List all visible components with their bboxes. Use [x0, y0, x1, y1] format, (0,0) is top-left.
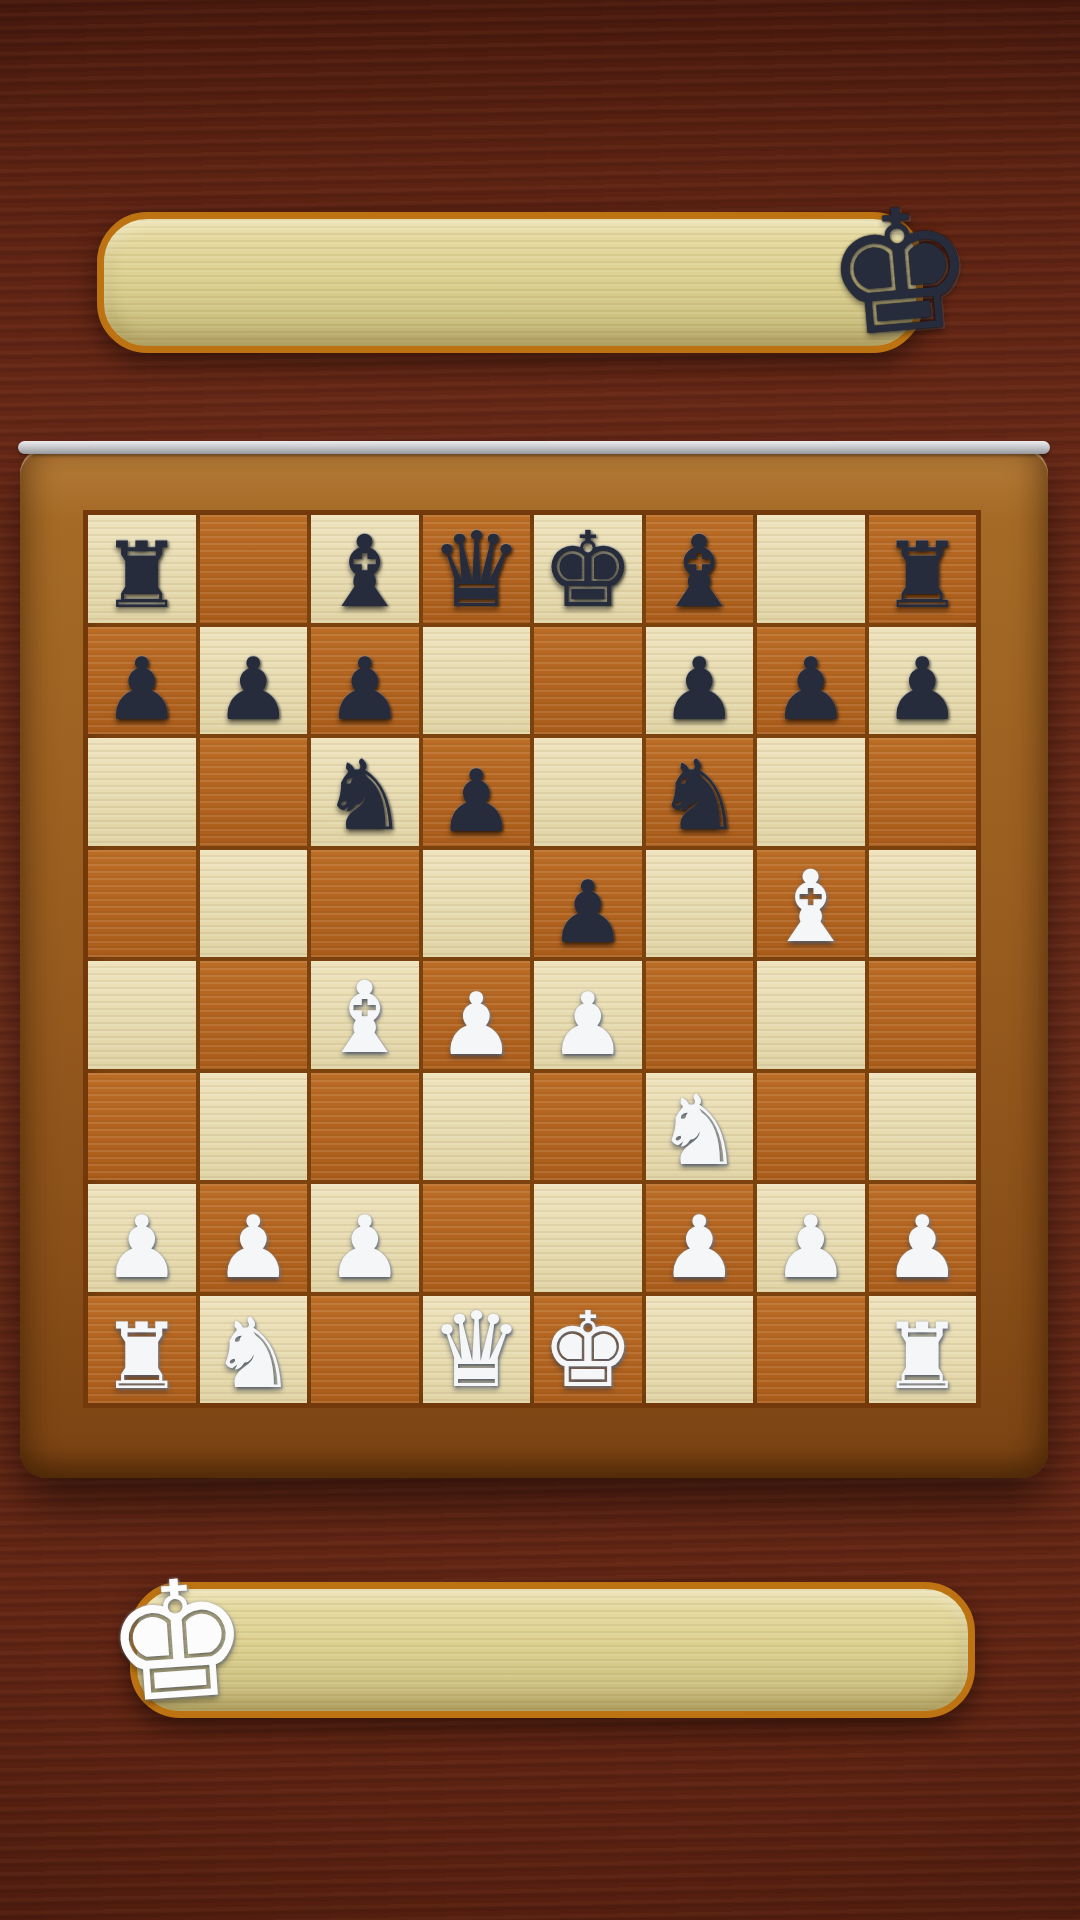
piece-white-pawn[interactable]: ♟: [772, 1207, 849, 1289]
piece-black-bishop[interactable]: ♝: [655, 525, 744, 619]
piece-black-knight[interactable]: ♞: [656, 750, 743, 842]
piece-black-rook[interactable]: ♜: [101, 533, 183, 619]
piece-white-knight[interactable]: ♞: [656, 1085, 743, 1177]
piece-white-rook[interactable]: ♜: [101, 1314, 183, 1400]
opponent-bar: ♚: [97, 212, 923, 353]
piece-black-bishop[interactable]: ♝: [320, 525, 409, 619]
square-a6[interactable]: [88, 738, 196, 846]
square-h7[interactable]: ♟: [869, 627, 977, 735]
piece-black-pawn[interactable]: ♟: [438, 761, 515, 843]
square-c3[interactable]: [311, 1073, 419, 1181]
square-d6[interactable]: ♟: [423, 738, 531, 846]
square-d5[interactable]: [423, 850, 531, 958]
piece-white-bishop[interactable]: ♝: [320, 971, 409, 1065]
square-a1[interactable]: ♜: [88, 1296, 196, 1404]
square-d3[interactable]: [423, 1073, 531, 1181]
square-e4[interactable]: ♟: [534, 961, 642, 1069]
square-h5[interactable]: [869, 850, 977, 958]
piece-white-queen[interactable]: ♛: [430, 1301, 523, 1400]
square-g1[interactable]: [757, 1296, 865, 1404]
square-f5[interactable]: [646, 850, 754, 958]
piece-black-pawn[interactable]: ♟: [661, 649, 738, 731]
square-h1[interactable]: ♜: [869, 1296, 977, 1404]
square-d2[interactable]: [423, 1184, 531, 1292]
square-g2[interactable]: ♟: [757, 1184, 865, 1292]
square-h2[interactable]: ♟: [869, 1184, 977, 1292]
square-f7[interactable]: ♟: [646, 627, 754, 735]
white-king-icon: ♚: [100, 1555, 256, 1727]
square-d1[interactable]: ♛: [423, 1296, 531, 1404]
square-b8[interactable]: [200, 515, 308, 623]
square-a4[interactable]: [88, 961, 196, 1069]
chess-board-frame: ♜♝♛♚♝♜♟♟♟♟♟♟♞♟♞♟♝♝♟♟♞♟♟♟♟♟♟♜♞♛♚♜: [20, 448, 1048, 1478]
piece-black-king[interactable]: ♚: [541, 521, 634, 620]
square-h8[interactable]: ♜: [869, 515, 977, 623]
chess-app-screen: ♚ ♜♝♛♚♝♜♟♟♟♟♟♟♞♟♞♟♝♝♟♟♞♟♟♟♟♟♟♜♞♛♚♜ ♚: [0, 0, 1080, 1920]
square-c2[interactable]: ♟: [311, 1184, 419, 1292]
piece-white-pawn[interactable]: ♟: [661, 1207, 738, 1289]
square-e6[interactable]: [534, 738, 642, 846]
piece-white-pawn[interactable]: ♟: [103, 1207, 180, 1289]
square-h4[interactable]: [869, 961, 977, 1069]
piece-black-pawn[interactable]: ♟: [884, 649, 961, 731]
square-f2[interactable]: ♟: [646, 1184, 754, 1292]
piece-white-king[interactable]: ♚: [541, 1301, 634, 1400]
square-e5[interactable]: ♟: [534, 850, 642, 958]
square-f4[interactable]: [646, 961, 754, 1069]
player-bar: ♚: [130, 1582, 975, 1718]
piece-black-pawn[interactable]: ♟: [326, 649, 403, 731]
square-e2[interactable]: [534, 1184, 642, 1292]
square-g7[interactable]: ♟: [757, 627, 865, 735]
square-a7[interactable]: ♟: [88, 627, 196, 735]
square-a2[interactable]: ♟: [88, 1184, 196, 1292]
square-f3[interactable]: ♞: [646, 1073, 754, 1181]
chess-board: ♜♝♛♚♝♜♟♟♟♟♟♟♞♟♞♟♝♝♟♟♞♟♟♟♟♟♟♜♞♛♚♜: [88, 515, 976, 1403]
piece-black-knight[interactable]: ♞: [321, 750, 408, 842]
piece-white-bishop[interactable]: ♝: [766, 860, 855, 954]
square-e8[interactable]: ♚: [534, 515, 642, 623]
square-a8[interactable]: ♜: [88, 515, 196, 623]
square-a3[interactable]: [88, 1073, 196, 1181]
black-king-icon: ♚: [818, 182, 983, 362]
square-g8[interactable]: [757, 515, 865, 623]
square-f8[interactable]: ♝: [646, 515, 754, 623]
square-e1[interactable]: ♚: [534, 1296, 642, 1404]
square-e3[interactable]: [534, 1073, 642, 1181]
square-h6[interactable]: [869, 738, 977, 846]
square-g6[interactable]: [757, 738, 865, 846]
square-d4[interactable]: ♟: [423, 961, 531, 1069]
square-b1[interactable]: ♞: [200, 1296, 308, 1404]
square-c4[interactable]: ♝: [311, 961, 419, 1069]
square-c5[interactable]: [311, 850, 419, 958]
square-b2[interactable]: ♟: [200, 1184, 308, 1292]
square-a5[interactable]: [88, 850, 196, 958]
square-g4[interactable]: [757, 961, 865, 1069]
piece-white-pawn[interactable]: ♟: [549, 984, 626, 1066]
piece-black-pawn[interactable]: ♟: [103, 649, 180, 731]
piece-white-pawn[interactable]: ♟: [438, 984, 515, 1066]
square-c6[interactable]: ♞: [311, 738, 419, 846]
square-g5[interactable]: ♝: [757, 850, 865, 958]
piece-black-queen[interactable]: ♛: [430, 521, 523, 620]
square-e7[interactable]: [534, 627, 642, 735]
piece-black-rook[interactable]: ♜: [881, 533, 963, 619]
piece-white-pawn[interactable]: ♟: [326, 1207, 403, 1289]
square-b5[interactable]: [200, 850, 308, 958]
piece-white-pawn[interactable]: ♟: [215, 1207, 292, 1289]
square-f6[interactable]: ♞: [646, 738, 754, 846]
square-c1[interactable]: [311, 1296, 419, 1404]
piece-white-knight[interactable]: ♞: [210, 1308, 297, 1400]
square-b3[interactable]: [200, 1073, 308, 1181]
square-d7[interactable]: [423, 627, 531, 735]
piece-white-rook[interactable]: ♜: [881, 1314, 963, 1400]
square-b4[interactable]: [200, 961, 308, 1069]
square-c8[interactable]: ♝: [311, 515, 419, 623]
square-b7[interactable]: ♟: [200, 627, 308, 735]
piece-black-pawn[interactable]: ♟: [549, 872, 626, 954]
square-c7[interactable]: ♟: [311, 627, 419, 735]
square-g3[interactable]: [757, 1073, 865, 1181]
piece-black-pawn[interactable]: ♟: [215, 649, 292, 731]
square-d8[interactable]: ♛: [423, 515, 531, 623]
piece-white-pawn[interactable]: ♟: [884, 1207, 961, 1289]
square-h3[interactable]: [869, 1073, 977, 1181]
piece-black-pawn[interactable]: ♟: [772, 649, 849, 731]
square-b6[interactable]: [200, 738, 308, 846]
square-f1[interactable]: [646, 1296, 754, 1404]
